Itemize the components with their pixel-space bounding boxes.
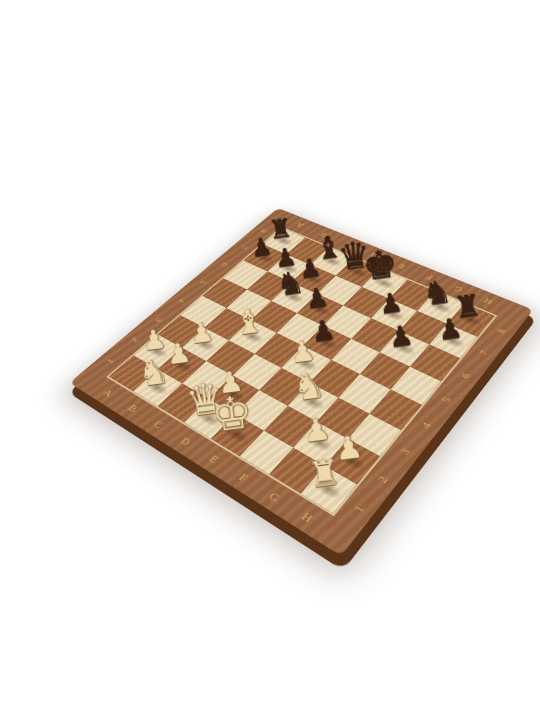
board-perspective-wrapper: ♜♝♛♚♞♜♟♟♟♟♟♞♟♟♟♝♟♟♞♟♟♟♟♟♞♛♚♜ ABCDEFGH AB… — [117, 160, 489, 532]
board-frame: ♜♝♛♚♞♜♟♟♟♟♟♞♟♟♟♝♟♟♞♟♟♟♟♟♞♛♚♜ ABCDEFGH AB… — [69, 208, 533, 556]
piece-white-knight[interactable]: ♞ — [275, 364, 343, 407]
square-h1[interactable]: ♜ — [300, 465, 357, 513]
piece-white-king[interactable]: ♚ — [197, 388, 268, 441]
piece-black-king[interactable]: ♚ — [350, 243, 411, 288]
playing-grid: ♜♝♛♚♞♜♟♟♟♟♟♞♟♟♟♝♟♟♞♟♟♟♟♟♞♛♚♜ — [106, 226, 497, 516]
chess-photo-scene: ♜♝♛♚♞♜♟♟♟♟♟♞♟♟♟♝♟♟♞♟♟♟♟♟♞♛♚♜ ABCDEFGH AB… — [0, 0, 540, 720]
chess-board: ♜♝♛♚♞♜♟♟♟♟♟♞♟♟♟♝♟♟♞♟♟♟♟♟♞♛♚♜ ABCDEFGH AB… — [69, 208, 533, 556]
